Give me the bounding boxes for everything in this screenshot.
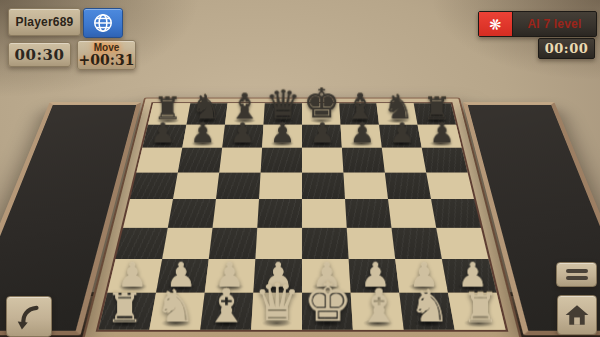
undo-button[interactable] xyxy=(6,296,52,337)
square-h4[interactable] xyxy=(431,199,481,228)
white-king[interactable]: ♚ xyxy=(303,275,352,329)
square-e5[interactable] xyxy=(302,172,345,199)
black-pawn[interactable]: ♟ xyxy=(190,119,215,147)
square-e6[interactable] xyxy=(302,148,343,173)
square-b6[interactable] xyxy=(178,148,222,173)
square-g1[interactable]: ♞ xyxy=(399,293,454,330)
black-pawn[interactable]: ♟ xyxy=(349,119,374,147)
square-e1[interactable]: ♚ xyxy=(302,293,353,330)
white-knight[interactable]: ♞ xyxy=(155,284,195,329)
undo-arrow-icon xyxy=(14,302,44,332)
move-increment-value: +00:31 xyxy=(79,53,135,67)
black-clock: 00:00 xyxy=(538,38,595,59)
board-frame: ♜♞♝♛♚♝♞♜♟♟♟♟♟♟♟♟♟♟♟♟♟♟♟♟♜♞♝♛♚♝♞♜ xyxy=(81,98,522,337)
square-f1[interactable]: ♝ xyxy=(351,293,404,330)
black-pawn[interactable]: ♟ xyxy=(150,119,175,147)
square-f5[interactable] xyxy=(343,172,388,199)
square-e4[interactable] xyxy=(302,199,347,228)
square-c6[interactable] xyxy=(219,148,262,173)
square-b1[interactable]: ♞ xyxy=(149,293,204,330)
square-g4[interactable] xyxy=(388,199,436,228)
square-d7[interactable]: ♟ xyxy=(262,125,302,148)
square-f6[interactable] xyxy=(342,148,385,173)
player-name: Player689 xyxy=(16,15,74,29)
square-a7[interactable]: ♟ xyxy=(142,125,186,148)
square-g6[interactable] xyxy=(382,148,426,173)
square-h5[interactable] xyxy=(426,172,474,199)
chess-app-screen: ♜♞♝♛♚♝♞♜♟♟♟♟♟♟♟♟♟♟♟♟♟♟♟♟♜♞♝♛♚♝♞♜ Player6… xyxy=(0,0,600,337)
globe-icon xyxy=(92,12,114,34)
opponent-bar: ❋ AI 7 level xyxy=(478,11,597,37)
square-b7[interactable]: ♟ xyxy=(182,125,225,148)
square-a6[interactable] xyxy=(136,148,182,173)
square-b4[interactable] xyxy=(168,199,216,228)
menu-icon xyxy=(566,269,588,273)
home-button[interactable] xyxy=(557,295,597,335)
chess-board: ♜♞♝♛♚♝♞♜♟♟♟♟♟♟♟♟♟♟♟♟♟♟♟♟♜♞♝♛♚♝♞♜ xyxy=(98,103,505,330)
black-pawn[interactable]: ♟ xyxy=(309,119,334,147)
black-pawn[interactable]: ♟ xyxy=(230,119,255,147)
white-bishop[interactable]: ♝ xyxy=(205,282,247,329)
square-h1[interactable]: ♜ xyxy=(448,293,506,330)
square-d6[interactable] xyxy=(261,148,302,173)
online-globe-button[interactable] xyxy=(83,8,123,38)
square-a4[interactable] xyxy=(123,199,173,228)
square-f7[interactable]: ♟ xyxy=(341,125,382,148)
move-increment-box: Move +00:31 xyxy=(77,40,136,70)
white-knight[interactable]: ♞ xyxy=(409,284,449,329)
square-b5[interactable] xyxy=(173,172,219,199)
white-clock: 00:30 xyxy=(8,42,71,67)
square-h6[interactable] xyxy=(422,148,468,173)
square-a5[interactable] xyxy=(130,172,178,199)
square-a1[interactable]: ♜ xyxy=(98,293,156,330)
home-icon xyxy=(564,302,590,328)
white-bishop[interactable]: ♝ xyxy=(357,282,399,329)
black-clock-time: 00:00 xyxy=(545,41,588,56)
white-rook[interactable]: ♜ xyxy=(461,288,498,329)
square-g5[interactable] xyxy=(385,172,431,199)
white-queen[interactable]: ♛ xyxy=(253,277,300,329)
opponent-name: AI 7 level xyxy=(513,12,596,36)
square-d4[interactable] xyxy=(257,199,302,228)
square-f4[interactable] xyxy=(345,199,391,228)
black-pawn[interactable]: ♟ xyxy=(389,119,414,147)
black-pawn[interactable]: ♟ xyxy=(270,119,295,147)
black-pawn[interactable]: ♟ xyxy=(429,119,454,147)
square-d5[interactable] xyxy=(259,172,302,199)
square-h7[interactable]: ♟ xyxy=(418,125,462,148)
square-c4[interactable] xyxy=(213,199,259,228)
white-clock-time: 00:30 xyxy=(15,46,65,64)
square-c7[interactable]: ♟ xyxy=(222,125,263,148)
square-d1[interactable]: ♛ xyxy=(251,293,302,330)
white-rook[interactable]: ♜ xyxy=(106,288,143,329)
square-c1[interactable]: ♝ xyxy=(200,293,253,330)
square-c5[interactable] xyxy=(216,172,261,199)
hong-kong-flag-icon: ❋ xyxy=(479,12,513,36)
square-e7[interactable]: ♟ xyxy=(302,125,342,148)
menu-button[interactable] xyxy=(556,262,597,287)
player-name-badge: Player689 xyxy=(8,8,81,36)
square-g7[interactable]: ♟ xyxy=(379,125,422,148)
